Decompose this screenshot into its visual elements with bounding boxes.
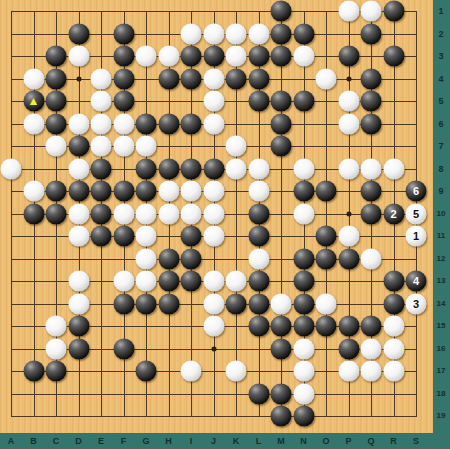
black-stone-I4[interactable] xyxy=(181,68,202,89)
black-stone-F16[interactable] xyxy=(113,338,134,359)
white-stone-C16[interactable] xyxy=(46,338,67,359)
black-stone-D2[interactable] xyxy=(68,23,89,44)
black-stone-H6[interactable] xyxy=(158,113,179,134)
black-stone-G9[interactable] xyxy=(136,181,157,202)
black-stone-B10[interactable] xyxy=(23,203,44,224)
black-stone-S9[interactable]: 6 xyxy=(406,181,427,202)
white-stone-J6[interactable] xyxy=(203,113,224,134)
white-stone-R16[interactable] xyxy=(383,338,404,359)
black-stone-B17[interactable] xyxy=(23,361,44,382)
white-stone-F13[interactable] xyxy=(113,271,134,292)
white-stone-J9[interactable] xyxy=(203,181,224,202)
white-stone-O4[interactable] xyxy=(316,68,337,89)
black-stone-L4[interactable] xyxy=(248,68,269,89)
black-stone-R10[interactable]: 2 xyxy=(383,203,404,224)
black-stone-Q9[interactable] xyxy=(361,181,382,202)
white-stone-E5[interactable] xyxy=(91,91,112,112)
white-stone-H3[interactable] xyxy=(158,46,179,67)
black-stone-C5[interactable] xyxy=(46,91,67,112)
white-stone-P11[interactable] xyxy=(338,226,359,247)
black-stone-E8[interactable] xyxy=(91,158,112,179)
white-stone-R15[interactable] xyxy=(383,316,404,337)
star-point xyxy=(211,346,216,351)
white-stone-C15[interactable] xyxy=(46,316,67,337)
white-stone-N17[interactable] xyxy=(293,361,314,382)
column-label-C: C xyxy=(53,437,60,446)
black-stone-P16[interactable] xyxy=(338,338,359,359)
black-stone-M1[interactable] xyxy=(271,1,292,22)
black-stone-N12[interactable] xyxy=(293,248,314,269)
white-stone-B9[interactable] xyxy=(23,181,44,202)
black-stone-Q2[interactable] xyxy=(361,23,382,44)
black-stone-C17[interactable] xyxy=(46,361,67,382)
black-stone-I12[interactable] xyxy=(181,248,202,269)
black-stone-N13[interactable] xyxy=(293,271,314,292)
black-stone-M16[interactable] xyxy=(271,338,292,359)
white-stone-L8[interactable] xyxy=(248,158,269,179)
white-stone-G7[interactable] xyxy=(136,136,157,157)
column-label-I: I xyxy=(190,437,193,446)
white-stone-A8[interactable] xyxy=(1,158,22,179)
white-stone-M14[interactable] xyxy=(271,293,292,314)
grid-line-horizontal xyxy=(11,416,417,417)
column-label-A: A xyxy=(8,437,15,446)
go-game-screenshot: ▲625143 12345678910111213141516171819 AB… xyxy=(0,0,450,449)
white-stone-O14[interactable] xyxy=(316,293,337,314)
row-label-9: 9 xyxy=(438,187,443,196)
black-stone-Q6[interactable] xyxy=(361,113,382,134)
black-stone-D16[interactable] xyxy=(68,338,89,359)
row-label-13: 13 xyxy=(437,277,446,285)
black-stone-M3[interactable] xyxy=(271,46,292,67)
row-label-19: 19 xyxy=(437,412,446,420)
triangle-marker-icon: ▲ xyxy=(28,95,40,107)
black-stone-P12[interactable] xyxy=(338,248,359,269)
white-stone-P6[interactable] xyxy=(338,113,359,134)
white-stone-P1[interactable] xyxy=(338,1,359,22)
black-stone-L14[interactable] xyxy=(248,293,269,314)
white-stone-G13[interactable] xyxy=(136,271,157,292)
black-stone-K14[interactable] xyxy=(226,293,247,314)
row-label-8: 8 xyxy=(438,164,443,173)
black-stone-F5[interactable] xyxy=(113,91,134,112)
row-label-17: 17 xyxy=(437,367,446,375)
move-number-label: 6 xyxy=(413,186,419,197)
white-stone-J4[interactable] xyxy=(203,68,224,89)
black-stone-N14[interactable] xyxy=(293,293,314,314)
row-label-6: 6 xyxy=(438,119,443,128)
white-stone-N3[interactable] xyxy=(293,46,314,67)
black-stone-M2[interactable] xyxy=(271,23,292,44)
row-label-4: 4 xyxy=(438,74,443,83)
column-label-Q: Q xyxy=(367,437,374,446)
black-stone-C4[interactable] xyxy=(46,68,67,89)
black-stone-R13[interactable] xyxy=(383,271,404,292)
black-stone-B5[interactable]: ▲ xyxy=(23,91,44,112)
column-label-M: M xyxy=(277,437,285,446)
black-stone-Q4[interactable] xyxy=(361,68,382,89)
black-stone-N5[interactable] xyxy=(293,91,314,112)
row-label-16: 16 xyxy=(437,345,446,353)
white-stone-G11[interactable] xyxy=(136,226,157,247)
white-stone-K13[interactable] xyxy=(226,271,247,292)
white-stone-J10[interactable] xyxy=(203,203,224,224)
black-stone-F9[interactable] xyxy=(113,181,134,202)
white-stone-I17[interactable] xyxy=(181,361,202,382)
black-stone-N2[interactable] xyxy=(293,23,314,44)
black-stone-E11[interactable] xyxy=(91,226,112,247)
black-stone-L13[interactable] xyxy=(248,271,269,292)
black-stone-F4[interactable] xyxy=(113,68,134,89)
column-label-D: D xyxy=(75,437,82,446)
white-stone-K8[interactable] xyxy=(226,158,247,179)
white-stone-F10[interactable] xyxy=(113,203,134,224)
white-stone-P8[interactable] xyxy=(338,158,359,179)
white-stone-D14[interactable] xyxy=(68,293,89,314)
white-stone-C7[interactable] xyxy=(46,136,67,157)
black-stone-M19[interactable] xyxy=(271,406,292,427)
white-stone-J5[interactable] xyxy=(203,91,224,112)
white-stone-J14[interactable] xyxy=(203,293,224,314)
black-stone-F3[interactable] xyxy=(113,46,134,67)
black-stone-Q5[interactable] xyxy=(361,91,382,112)
column-label-R: R xyxy=(390,437,397,446)
white-stone-I2[interactable] xyxy=(181,23,202,44)
column-label-N: N xyxy=(300,437,307,446)
row-label-15: 15 xyxy=(437,322,446,330)
white-stone-B6[interactable] xyxy=(23,113,44,134)
black-stone-M15[interactable] xyxy=(271,316,292,337)
black-stone-M18[interactable] xyxy=(271,383,292,404)
black-stone-L11[interactable] xyxy=(248,226,269,247)
white-stone-Q8[interactable] xyxy=(361,158,382,179)
white-stone-J11[interactable] xyxy=(203,226,224,247)
row-label-10: 10 xyxy=(437,210,446,218)
black-stone-R3[interactable] xyxy=(383,46,404,67)
column-label-L: L xyxy=(256,437,262,446)
white-stone-P17[interactable] xyxy=(338,361,359,382)
row-label-12: 12 xyxy=(437,255,446,263)
column-label-B: B xyxy=(30,437,37,446)
black-stone-P3[interactable] xyxy=(338,46,359,67)
column-label-S: S xyxy=(413,437,419,446)
black-stone-Q10[interactable] xyxy=(361,203,382,224)
black-stone-J3[interactable] xyxy=(203,46,224,67)
black-stone-F2[interactable] xyxy=(113,23,134,44)
row-label-7: 7 xyxy=(438,142,443,151)
white-stone-D8[interactable] xyxy=(68,158,89,179)
white-stone-L2[interactable] xyxy=(248,23,269,44)
black-stone-M5[interactable] xyxy=(271,91,292,112)
grid-line-horizontal xyxy=(11,394,417,395)
white-stone-L12[interactable] xyxy=(248,248,269,269)
black-stone-P15[interactable] xyxy=(338,316,359,337)
white-stone-B4[interactable] xyxy=(23,68,44,89)
black-stone-L3[interactable] xyxy=(248,46,269,67)
black-stone-H14[interactable] xyxy=(158,293,179,314)
row-label-18: 18 xyxy=(437,390,446,398)
black-stone-R14[interactable] xyxy=(383,293,404,314)
black-stone-D7[interactable] xyxy=(68,136,89,157)
black-stone-F14[interactable] xyxy=(113,293,134,314)
black-stone-G6[interactable] xyxy=(136,113,157,134)
black-stone-C3[interactable] xyxy=(46,46,67,67)
black-stone-O15[interactable] xyxy=(316,316,337,337)
white-stone-P5[interactable] xyxy=(338,91,359,112)
white-stone-N10[interactable] xyxy=(293,203,314,224)
black-stone-K4[interactable] xyxy=(226,68,247,89)
black-stone-I11[interactable] xyxy=(181,226,202,247)
column-label-O: O xyxy=(322,437,329,446)
column-label-H: H xyxy=(165,437,172,446)
white-stone-K2[interactable] xyxy=(226,23,247,44)
row-label-11: 11 xyxy=(437,232,445,240)
black-stone-L15[interactable] xyxy=(248,316,269,337)
column-label-G: G xyxy=(142,437,149,446)
black-stone-O12[interactable] xyxy=(316,248,337,269)
white-stone-E4[interactable] xyxy=(91,68,112,89)
white-stone-N18[interactable] xyxy=(293,383,314,404)
white-stone-D3[interactable] xyxy=(68,46,89,67)
white-stone-D11[interactable] xyxy=(68,226,89,247)
white-stone-R17[interactable] xyxy=(383,361,404,382)
white-stone-S11[interactable]: 1 xyxy=(406,226,427,247)
white-stone-Q1[interactable] xyxy=(361,1,382,22)
move-number-label: 3 xyxy=(413,298,419,309)
white-stone-N16[interactable] xyxy=(293,338,314,359)
black-stone-Q15[interactable] xyxy=(361,316,382,337)
column-label-E: E xyxy=(98,437,104,446)
black-stone-G8[interactable] xyxy=(136,158,157,179)
column-label-K: K xyxy=(233,437,240,446)
white-stone-J15[interactable] xyxy=(203,316,224,337)
black-stone-C10[interactable] xyxy=(46,203,67,224)
white-stone-G3[interactable] xyxy=(136,46,157,67)
black-stone-E10[interactable] xyxy=(91,203,112,224)
black-stone-E9[interactable] xyxy=(91,181,112,202)
column-label-F: F xyxy=(121,437,127,446)
black-stone-I8[interactable] xyxy=(181,158,202,179)
move-number-label: 5 xyxy=(413,208,419,219)
black-stone-L18[interactable] xyxy=(248,383,269,404)
white-stone-G10[interactable] xyxy=(136,203,157,224)
black-stone-L5[interactable] xyxy=(248,91,269,112)
black-stone-N9[interactable] xyxy=(293,181,314,202)
black-stone-M6[interactable] xyxy=(271,113,292,134)
white-stone-E6[interactable] xyxy=(91,113,112,134)
black-stone-D9[interactable] xyxy=(68,181,89,202)
black-stone-R1[interactable] xyxy=(383,1,404,22)
white-stone-Q17[interactable] xyxy=(361,361,382,382)
black-stone-G14[interactable] xyxy=(136,293,157,314)
white-stone-J13[interactable] xyxy=(203,271,224,292)
white-stone-E7[interactable] xyxy=(91,136,112,157)
black-stone-C9[interactable] xyxy=(46,181,67,202)
black-stone-O11[interactable] xyxy=(316,226,337,247)
black-stone-H13[interactable] xyxy=(158,271,179,292)
black-stone-M7[interactable] xyxy=(271,136,292,157)
white-stone-H10[interactable] xyxy=(158,203,179,224)
white-stone-Q16[interactable] xyxy=(361,338,382,359)
white-stone-K3[interactable] xyxy=(226,46,247,67)
column-coordinate-strip: ABCDEFGHIJKLMNOPQRS xyxy=(0,433,450,449)
black-stone-N19[interactable] xyxy=(293,406,314,427)
star-point xyxy=(76,76,81,81)
go-board[interactable]: ▲625143 xyxy=(0,0,433,433)
move-number-label: 2 xyxy=(390,208,396,219)
star-point xyxy=(346,211,351,216)
black-stone-J8[interactable] xyxy=(203,158,224,179)
white-stone-Q12[interactable] xyxy=(361,248,382,269)
white-stone-D6[interactable] xyxy=(68,113,89,134)
white-stone-G12[interactable] xyxy=(136,248,157,269)
black-stone-I13[interactable] xyxy=(181,271,202,292)
black-stone-L10[interactable] xyxy=(248,203,269,224)
black-stone-H8[interactable] xyxy=(158,158,179,179)
white-stone-D13[interactable] xyxy=(68,271,89,292)
row-label-5: 5 xyxy=(438,97,443,106)
row-label-3: 3 xyxy=(438,52,443,61)
white-stone-N8[interactable] xyxy=(293,158,314,179)
move-number-label: 4 xyxy=(413,276,419,287)
black-stone-C6[interactable] xyxy=(46,113,67,134)
black-stone-N15[interactable] xyxy=(293,316,314,337)
white-stone-S10[interactable]: 5 xyxy=(406,203,427,224)
row-coordinate-strip: 12345678910111213141516171819 xyxy=(433,0,450,433)
white-stone-J2[interactable] xyxy=(203,23,224,44)
black-stone-H4[interactable] xyxy=(158,68,179,89)
white-stone-F7[interactable] xyxy=(113,136,134,157)
white-stone-S14[interactable]: 3 xyxy=(406,293,427,314)
black-stone-O9[interactable] xyxy=(316,181,337,202)
white-stone-R8[interactable] xyxy=(383,158,404,179)
move-number-label: 1 xyxy=(413,231,419,242)
row-label-1: 1 xyxy=(438,7,443,16)
white-stone-I9[interactable] xyxy=(181,181,202,202)
black-stone-D15[interactable] xyxy=(68,316,89,337)
white-stone-H9[interactable] xyxy=(158,181,179,202)
column-label-J: J xyxy=(211,437,216,446)
black-stone-I6[interactable] xyxy=(181,113,202,134)
black-stone-H12[interactable] xyxy=(158,248,179,269)
black-stone-F11[interactable] xyxy=(113,226,134,247)
row-label-14: 14 xyxy=(437,300,446,308)
white-stone-K7[interactable] xyxy=(226,136,247,157)
white-stone-D10[interactable] xyxy=(68,203,89,224)
star-point xyxy=(346,76,351,81)
black-stone-G17[interactable] xyxy=(136,361,157,382)
black-stone-S13[interactable]: 4 xyxy=(406,271,427,292)
white-stone-L9[interactable] xyxy=(248,181,269,202)
white-stone-I10[interactable] xyxy=(181,203,202,224)
column-label-P: P xyxy=(345,437,351,446)
black-stone-I3[interactable] xyxy=(181,46,202,67)
white-stone-F6[interactable] xyxy=(113,113,134,134)
white-stone-K17[interactable] xyxy=(226,361,247,382)
row-label-2: 2 xyxy=(438,29,443,38)
